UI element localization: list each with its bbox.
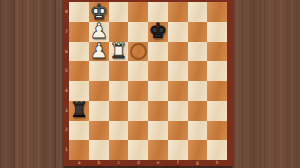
- square-d6[interactable]: [128, 42, 148, 62]
- square-g6[interactable]: [188, 42, 208, 62]
- square-c3[interactable]: [109, 101, 129, 121]
- square-a3[interactable]: ♜: [69, 101, 89, 121]
- white-pawn[interactable]: ♟: [90, 41, 109, 62]
- square-e5[interactable]: [148, 61, 168, 81]
- square-c5[interactable]: [109, 61, 129, 81]
- square-d2[interactable]: [128, 121, 148, 141]
- square-b5[interactable]: [89, 61, 109, 81]
- file-label-h: h: [216, 160, 219, 166]
- square-f1[interactable]: [168, 140, 188, 160]
- square-f8[interactable]: [168, 2, 188, 22]
- square-h4[interactable]: [207, 81, 227, 101]
- square-f6[interactable]: [168, 42, 188, 62]
- square-e2[interactable]: [148, 121, 168, 141]
- square-f7[interactable]: [168, 22, 188, 42]
- file-label-g: g: [196, 160, 199, 166]
- square-f3[interactable]: [168, 101, 188, 121]
- rank-label-5: 5: [63, 69, 69, 74]
- rank-label-1: 1: [63, 148, 69, 153]
- file-label-c: c: [117, 160, 119, 166]
- square-d7[interactable]: [128, 22, 148, 42]
- square-c8[interactable]: [109, 2, 129, 22]
- square-a6[interactable]: [69, 42, 89, 62]
- square-a8[interactable]: [69, 2, 89, 22]
- rank-label-8: 8: [63, 10, 69, 15]
- square-c6[interactable]: ♜: [109, 42, 129, 62]
- square-h2[interactable]: [207, 121, 227, 141]
- square-h5[interactable]: [207, 61, 227, 81]
- chess-board-frame: ♚♟♚♟♜♜ abcdefgh 87654321: [63, 0, 233, 166]
- square-b1[interactable]: [89, 140, 109, 160]
- square-d1[interactable]: [128, 140, 148, 160]
- file-label-e: e: [157, 160, 160, 166]
- square-g4[interactable]: [188, 81, 208, 101]
- circle-annotation-d6: [130, 43, 147, 60]
- square-h8[interactable]: [207, 2, 227, 22]
- rank-label-7: 7: [63, 30, 69, 35]
- square-f4[interactable]: [168, 81, 188, 101]
- square-g3[interactable]: [188, 101, 208, 121]
- square-f2[interactable]: [168, 121, 188, 141]
- file-label-b: b: [98, 160, 101, 166]
- file-label-f: f: [177, 160, 179, 166]
- square-b3[interactable]: [89, 101, 109, 121]
- square-c1[interactable]: [109, 140, 129, 160]
- square-g8[interactable]: [188, 2, 208, 22]
- square-c4[interactable]: [109, 81, 129, 101]
- square-e4[interactable]: [148, 81, 168, 101]
- square-f5[interactable]: [168, 61, 188, 81]
- square-b6[interactable]: ♟: [89, 42, 109, 62]
- square-c2[interactable]: [109, 121, 129, 141]
- rank-label-3: 3: [63, 109, 69, 114]
- rank-label-2: 2: [63, 128, 69, 133]
- wooden-table-background: ♚♟♚♟♜♜ abcdefgh 87654321: [0, 0, 300, 168]
- black-rook[interactable]: ♜: [70, 100, 89, 121]
- square-d4[interactable]: [128, 81, 148, 101]
- square-b4[interactable]: [89, 81, 109, 101]
- square-d5[interactable]: [128, 61, 148, 81]
- square-e7[interactable]: ♚: [148, 22, 168, 42]
- square-h6[interactable]: [207, 42, 227, 62]
- square-g2[interactable]: [188, 121, 208, 141]
- square-e6[interactable]: [148, 42, 168, 62]
- square-a2[interactable]: [69, 121, 89, 141]
- file-label-a: a: [78, 160, 81, 166]
- square-a1[interactable]: [69, 140, 89, 160]
- chess-board: ♚♟♚♟♜♜: [69, 2, 227, 160]
- square-e3[interactable]: [148, 101, 168, 121]
- square-b2[interactable]: [89, 121, 109, 141]
- square-h3[interactable]: [207, 101, 227, 121]
- square-d3[interactable]: [128, 101, 148, 121]
- square-g5[interactable]: [188, 61, 208, 81]
- square-g1[interactable]: [188, 140, 208, 160]
- square-a5[interactable]: [69, 61, 89, 81]
- square-h7[interactable]: [207, 22, 227, 42]
- rank-label-6: 6: [63, 49, 69, 54]
- black-king[interactable]: ♚: [149, 21, 168, 42]
- square-e1[interactable]: [148, 140, 168, 160]
- square-h1[interactable]: [207, 140, 227, 160]
- square-g7[interactable]: [188, 22, 208, 42]
- white-rook[interactable]: ♜: [109, 41, 128, 62]
- rank-label-4: 4: [63, 89, 69, 94]
- square-a7[interactable]: [69, 22, 89, 42]
- file-label-d: d: [137, 160, 140, 166]
- square-d8[interactable]: [128, 2, 148, 22]
